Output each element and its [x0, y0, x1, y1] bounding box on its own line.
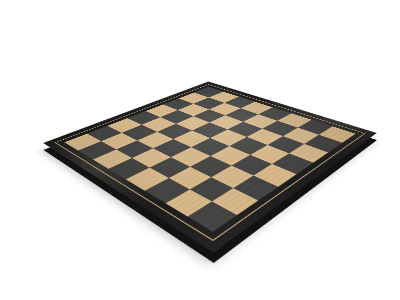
board-grid: [64, 87, 355, 232]
product-photo-stage: [0, 0, 400, 300]
chess-board: [43, 81, 377, 252]
